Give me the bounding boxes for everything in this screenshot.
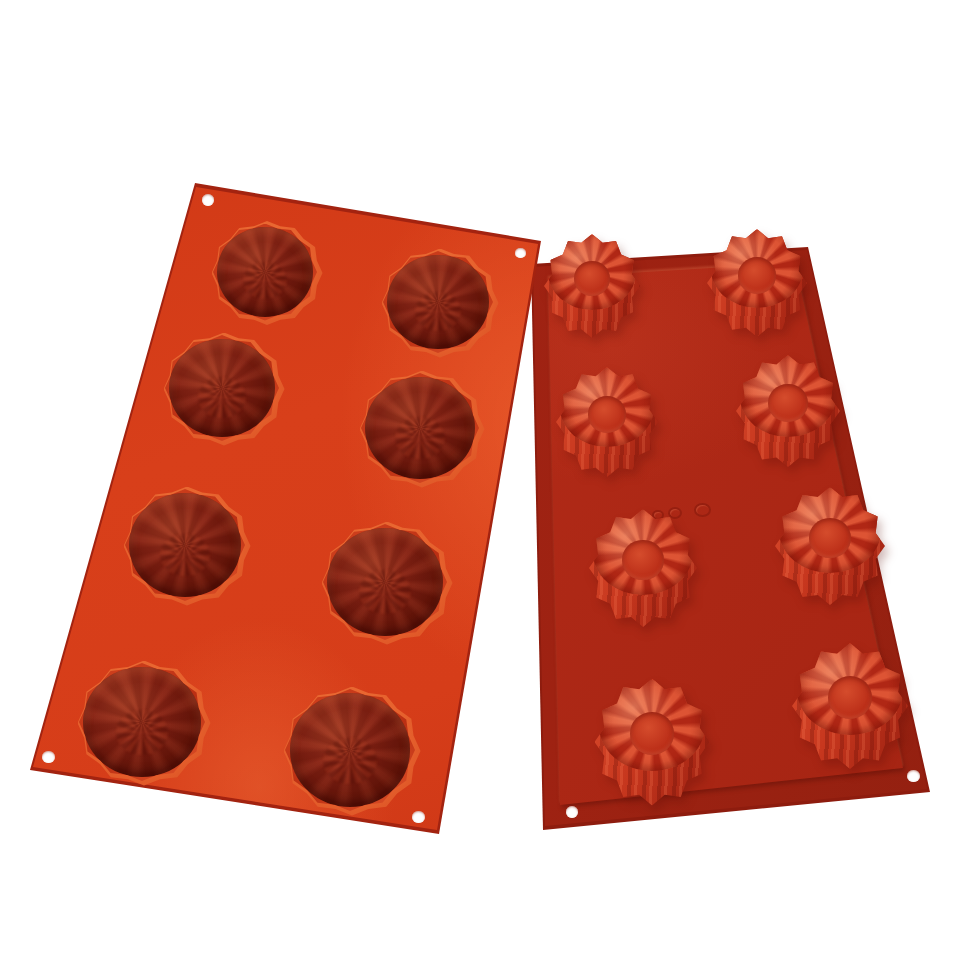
bump-shape [544,234,640,338]
cavity-flute-pattern [415,292,461,331]
bump [792,643,908,769]
bump-shape [775,487,885,605]
bump-shape [556,367,658,477]
corner-hole [202,194,214,205]
bump-center [630,712,674,755]
bump [544,234,640,338]
bump-center [809,518,851,558]
cavity-flute-pattern [116,710,169,755]
cavity-flute-pattern [395,417,445,459]
bump-shape [707,229,807,337]
bump [556,367,658,477]
bump [589,509,697,627]
bump-center [768,384,808,422]
bump-shape [792,643,908,769]
bump-center [588,396,627,433]
bump [736,355,840,467]
corner-hole [42,751,55,763]
bump [595,679,710,806]
bump-shape [736,355,840,467]
cavity-flute-pattern [323,738,378,784]
bump-center [828,676,872,719]
bump-center [738,257,776,294]
corner-hole [566,806,578,817]
bump-shape [595,679,710,806]
bump [707,229,807,337]
bump-center [622,540,663,580]
corner-hole [907,770,920,782]
cavity-flute-pattern [243,262,287,299]
corner-hole [515,248,526,258]
bump-shape [589,509,697,627]
product-photo [0,0,960,960]
corner-hole [412,811,425,823]
bump [775,487,885,605]
cavity-flute-pattern [198,377,246,417]
